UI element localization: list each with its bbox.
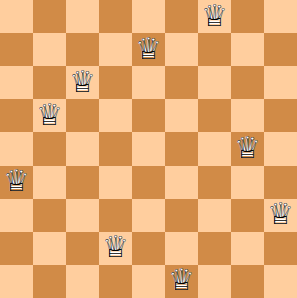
square-f5[interactable] <box>165 132 198 165</box>
square-i2[interactable] <box>264 232 297 265</box>
square-h5[interactable]: ♛♕ <box>231 132 264 165</box>
square-g7[interactable] <box>198 66 231 99</box>
square-c5[interactable] <box>66 132 99 165</box>
square-g4[interactable] <box>198 166 231 199</box>
square-c6[interactable] <box>66 99 99 132</box>
square-c3[interactable] <box>66 199 99 232</box>
square-h2[interactable] <box>231 232 264 265</box>
square-b4[interactable] <box>33 166 66 199</box>
white-queen-outline-glyph: ♕ <box>135 34 162 64</box>
square-e3[interactable] <box>132 199 165 232</box>
square-a7[interactable] <box>0 66 33 99</box>
square-e6[interactable] <box>132 99 165 132</box>
square-h3[interactable] <box>231 199 264 232</box>
square-b1[interactable] <box>33 265 66 298</box>
square-a6[interactable] <box>0 99 33 132</box>
square-i8[interactable] <box>264 33 297 66</box>
square-b2[interactable] <box>33 232 66 265</box>
white-queen-outline-glyph: ♕ <box>102 233 129 263</box>
square-g9[interactable]: ♛♕ <box>198 0 231 33</box>
square-f3[interactable] <box>165 199 198 232</box>
square-h9[interactable] <box>231 0 264 33</box>
white-queen-outline-glyph: ♕ <box>3 166 30 196</box>
white-queen[interactable]: ♛♕ <box>132 33 165 66</box>
square-c9[interactable] <box>66 0 99 33</box>
square-b7[interactable] <box>33 66 66 99</box>
square-i4[interactable] <box>264 166 297 199</box>
white-queen[interactable]: ♛♕ <box>165 265 198 298</box>
square-d4[interactable] <box>99 166 132 199</box>
square-a5[interactable] <box>0 132 33 165</box>
square-i9[interactable] <box>264 0 297 33</box>
square-e4[interactable] <box>132 166 165 199</box>
square-d9[interactable] <box>99 0 132 33</box>
square-a9[interactable] <box>0 0 33 33</box>
square-h4[interactable] <box>231 166 264 199</box>
square-d7[interactable] <box>99 66 132 99</box>
square-b5[interactable] <box>33 132 66 165</box>
square-e1[interactable] <box>132 265 165 298</box>
white-queen-outline-glyph: ♕ <box>201 1 228 31</box>
square-f4[interactable] <box>165 166 198 199</box>
square-d6[interactable] <box>99 99 132 132</box>
white-queen[interactable]: ♛♕ <box>66 66 99 99</box>
white-queen[interactable]: ♛♕ <box>198 0 231 33</box>
square-d2[interactable]: ♛♕ <box>99 232 132 265</box>
white-queen[interactable]: ♛♕ <box>264 199 297 232</box>
square-f6[interactable] <box>165 99 198 132</box>
square-c8[interactable] <box>66 33 99 66</box>
square-f9[interactable] <box>165 0 198 33</box>
chessboard: ♛♕♛♕♛♕♛♕♛♕♛♕♛♕♛♕♛♕ <box>0 0 297 298</box>
square-f7[interactable] <box>165 66 198 99</box>
square-i7[interactable] <box>264 66 297 99</box>
white-queen[interactable]: ♛♕ <box>33 99 66 132</box>
white-queen[interactable]: ♛♕ <box>231 132 264 165</box>
square-c4[interactable] <box>66 166 99 199</box>
square-i5[interactable] <box>264 132 297 165</box>
white-queen[interactable]: ♛♕ <box>0 166 33 199</box>
white-queen-outline-glyph: ♕ <box>267 200 294 230</box>
square-d8[interactable] <box>99 33 132 66</box>
square-c1[interactable] <box>66 265 99 298</box>
square-b6[interactable]: ♛♕ <box>33 99 66 132</box>
square-a8[interactable] <box>0 33 33 66</box>
square-d1[interactable] <box>99 265 132 298</box>
square-h1[interactable] <box>231 265 264 298</box>
square-g6[interactable] <box>198 99 231 132</box>
white-queen-outline-glyph: ♕ <box>168 266 195 296</box>
square-f2[interactable] <box>165 232 198 265</box>
square-b8[interactable] <box>33 33 66 66</box>
square-g5[interactable] <box>198 132 231 165</box>
white-queen-outline-glyph: ♕ <box>234 133 261 163</box>
square-e2[interactable] <box>132 232 165 265</box>
square-g2[interactable] <box>198 232 231 265</box>
square-b9[interactable] <box>33 0 66 33</box>
square-a1[interactable] <box>0 265 33 298</box>
square-a3[interactable] <box>0 199 33 232</box>
square-g3[interactable] <box>198 199 231 232</box>
square-c2[interactable] <box>66 232 99 265</box>
square-h7[interactable] <box>231 66 264 99</box>
square-d3[interactable] <box>99 199 132 232</box>
square-a2[interactable] <box>0 232 33 265</box>
square-g1[interactable] <box>198 265 231 298</box>
square-d5[interactable] <box>99 132 132 165</box>
square-b3[interactable] <box>33 199 66 232</box>
square-a4[interactable]: ♛♕ <box>0 166 33 199</box>
square-e5[interactable] <box>132 132 165 165</box>
square-h6[interactable] <box>231 99 264 132</box>
square-f1[interactable]: ♛♕ <box>165 265 198 298</box>
square-e9[interactable] <box>132 0 165 33</box>
square-i1[interactable] <box>264 265 297 298</box>
square-f8[interactable] <box>165 33 198 66</box>
white-queen-outline-glyph: ♕ <box>36 100 63 130</box>
square-e8[interactable]: ♛♕ <box>132 33 165 66</box>
square-i6[interactable] <box>264 99 297 132</box>
white-queen[interactable]: ♛♕ <box>99 232 132 265</box>
square-i3[interactable]: ♛♕ <box>264 199 297 232</box>
square-e7[interactable] <box>132 66 165 99</box>
square-g8[interactable] <box>198 33 231 66</box>
square-c7[interactable]: ♛♕ <box>66 66 99 99</box>
square-h8[interactable] <box>231 33 264 66</box>
white-queen-outline-glyph: ♕ <box>69 67 96 97</box>
